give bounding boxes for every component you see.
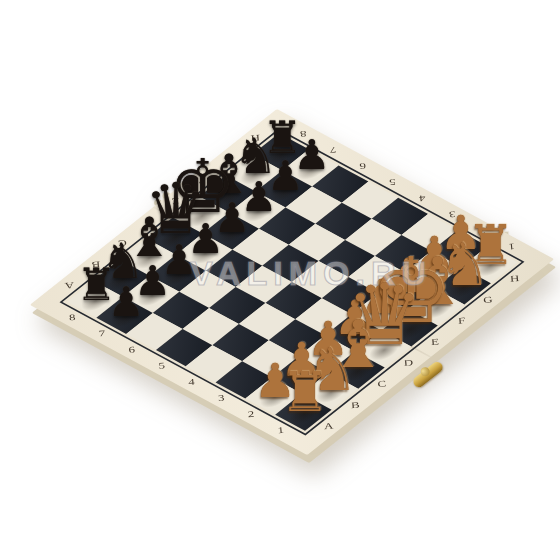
black-pawn[interactable]: ♟: [108, 282, 145, 323]
rank-label-left-7: 7: [98, 329, 105, 338]
file-label-far-a: A: [64, 281, 74, 290]
rank-label-right-6: 6: [359, 162, 366, 171]
square-a1[interactable]: ♜: [275, 394, 331, 431]
photo-background: ♜♞♝♛♚♝♞♜♟♟♟♟♟♟♟♟♟♟♟♟♟♟♟♟♜♞♝♛♚♝♞♜ AA88BB7…: [0, 0, 560, 560]
rank-label-left-3: 3: [218, 393, 225, 402]
white-rook[interactable]: ♜: [280, 365, 329, 420]
rank-label-left-4: 4: [188, 377, 195, 386]
chess-board: ♜♞♝♛♚♝♞♜♟♟♟♟♟♟♟♟♟♟♟♟♟♟♟♟♜♞♝♛♚♝♞♜ AA88BB7…: [30, 109, 554, 455]
rank-label-right-7: 7: [329, 145, 336, 154]
board-outer: ♜♞♝♛♚♝♞♜♟♟♟♟♟♟♟♟♟♟♟♟♟♟♟♟♜♞♝♛♚♝♞♜ AA88BB7…: [106, 96, 478, 468]
rank-label-left-1: 1: [277, 426, 284, 435]
rank-label-left-2: 2: [247, 409, 254, 418]
rank-label-left-5: 5: [158, 361, 165, 370]
rank-label-right-5: 5: [389, 178, 396, 187]
rank-label-left-8: 8: [69, 313, 76, 322]
rank-label-right-4: 4: [419, 194, 426, 203]
rank-label-left-6: 6: [128, 345, 135, 354]
board-grid: ♜♞♝♛♚♝♞♜♟♟♟♟♟♟♟♟♟♟♟♟♟♟♟♟♜♞♝♛♚♝♞♜: [60, 129, 525, 436]
